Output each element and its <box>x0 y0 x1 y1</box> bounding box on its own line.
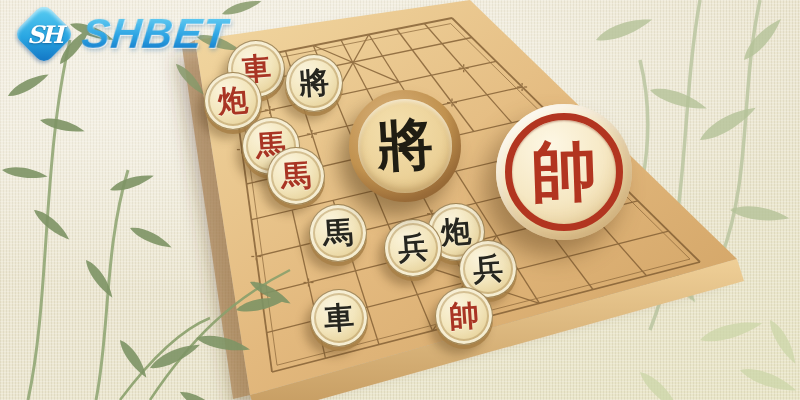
shbet-logo[interactable]: SH SHBET <box>18 8 229 60</box>
board-piece-black-車-9: 車 <box>310 289 368 347</box>
piece-glyph: 帥 <box>447 287 481 345</box>
piece-glyph: 炮 <box>216 72 250 130</box>
giant-black-general-piece: 將 <box>349 90 461 202</box>
piece-glyph: 將 <box>297 54 331 112</box>
logo-monogram: SH <box>18 8 70 60</box>
board-piece-black-馬-5: 馬 <box>309 204 367 262</box>
logo-wordmark: SHBET <box>79 10 231 58</box>
promo-banner: 車將炮馬馬馬兵炮兵車帥 將 帥 SH SHBET <box>0 0 800 400</box>
logo-diamond-icon: SH <box>18 8 70 60</box>
giant-general-glyph: 將 <box>375 107 435 186</box>
board-piece-red-帥-10: 帥 <box>435 287 493 345</box>
board-piece-black-將-1: 將 <box>285 54 343 112</box>
giant-marshal-glyph: 帥 <box>529 126 598 218</box>
piece-glyph: 兵 <box>396 219 430 277</box>
giant-red-marshal-piece: 帥 <box>496 104 632 240</box>
piece-glyph: 馬 <box>279 147 313 205</box>
piece-glyph: 車 <box>322 289 356 347</box>
board-piece-red-馬-4: 馬 <box>267 147 325 205</box>
board-piece-black-兵-6: 兵 <box>384 219 442 277</box>
piece-glyph: 馬 <box>321 204 355 262</box>
